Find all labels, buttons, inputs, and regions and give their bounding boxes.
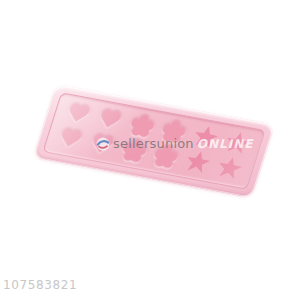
star-mold-shape (222, 130, 253, 156)
flower-mold-shape (167, 126, 180, 137)
heart-mold-shape (96, 108, 124, 131)
heart-mold-shape (57, 127, 85, 150)
star-mold-shape (214, 155, 245, 181)
flower-mold-shape (128, 145, 141, 156)
product-photo: sellersunion ONLINE 107583821 (0, 0, 300, 300)
flower-mold-shape (135, 120, 148, 131)
tray-inner-plate (42, 92, 265, 189)
star-mold-shape (190, 124, 221, 150)
cavity-grid (51, 98, 258, 183)
heart-mold-shape (89, 133, 117, 156)
flower-mold-shape (159, 151, 172, 162)
sku-number: 107583821 (3, 278, 77, 292)
star-mold-shape (182, 149, 213, 175)
cavity-star (210, 153, 250, 184)
ice-cube-tray (33, 84, 274, 197)
heart-mold-shape (65, 102, 93, 125)
